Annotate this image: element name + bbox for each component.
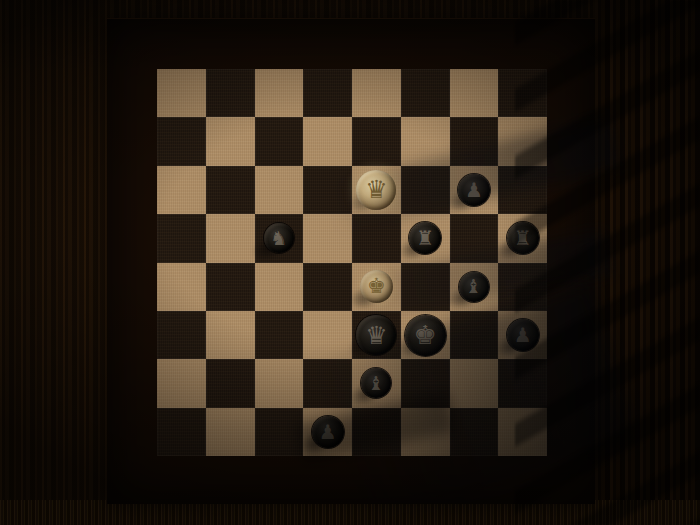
black-queen-glyph: ♛ bbox=[356, 315, 396, 355]
square-b7[interactable] bbox=[206, 117, 255, 165]
square-g1[interactable] bbox=[450, 408, 499, 456]
square-d7[interactable] bbox=[303, 117, 352, 165]
square-e4[interactable]: ♚ bbox=[352, 263, 401, 311]
square-a2[interactable] bbox=[157, 359, 206, 407]
black-bishop[interactable]: ♝ bbox=[450, 263, 499, 311]
square-e1[interactable] bbox=[352, 408, 401, 456]
square-d3[interactable] bbox=[303, 311, 352, 359]
square-a8[interactable] bbox=[157, 69, 206, 117]
square-c7[interactable] bbox=[255, 117, 304, 165]
square-h8[interactable] bbox=[498, 69, 547, 117]
square-e7[interactable] bbox=[352, 117, 401, 165]
square-d6[interactable] bbox=[303, 166, 352, 214]
black-pawn[interactable]: ♟ bbox=[450, 166, 499, 214]
square-c5[interactable]: ♞ bbox=[255, 214, 304, 262]
square-c8[interactable] bbox=[255, 69, 304, 117]
square-h1[interactable] bbox=[498, 408, 547, 456]
square-e6[interactable]: ♛ bbox=[352, 166, 401, 214]
black-rook[interactable]: ♜ bbox=[498, 214, 547, 262]
square-g2[interactable] bbox=[450, 359, 499, 407]
black-knight-glyph: ♞ bbox=[264, 223, 294, 253]
square-f6[interactable] bbox=[401, 166, 450, 214]
square-f4[interactable] bbox=[401, 263, 450, 311]
black-pawn-glyph: ♟ bbox=[458, 174, 490, 206]
square-g7[interactable] bbox=[450, 117, 499, 165]
square-d2[interactable] bbox=[303, 359, 352, 407]
square-c3[interactable] bbox=[255, 311, 304, 359]
square-g5[interactable] bbox=[450, 214, 499, 262]
black-king[interactable]: ♚ bbox=[401, 311, 450, 359]
square-h5[interactable]: ♜ bbox=[498, 214, 547, 262]
square-e5[interactable] bbox=[352, 214, 401, 262]
square-a3[interactable] bbox=[157, 311, 206, 359]
black-bishop-glyph: ♝ bbox=[459, 272, 489, 302]
square-e2[interactable]: ♝ bbox=[352, 359, 401, 407]
square-b6[interactable] bbox=[206, 166, 255, 214]
square-b2[interactable] bbox=[206, 359, 255, 407]
white-queen-glyph: ♛ bbox=[356, 170, 396, 210]
square-a6[interactable] bbox=[157, 166, 206, 214]
square-h3[interactable]: ♟ bbox=[498, 311, 547, 359]
square-f1[interactable] bbox=[401, 408, 450, 456]
black-rook[interactable]: ♜ bbox=[401, 214, 450, 262]
square-a5[interactable] bbox=[157, 214, 206, 262]
square-b1[interactable] bbox=[206, 408, 255, 456]
square-c1[interactable] bbox=[255, 408, 304, 456]
black-knight[interactable]: ♞ bbox=[255, 214, 304, 262]
square-f5[interactable]: ♜ bbox=[401, 214, 450, 262]
black-rook-glyph: ♜ bbox=[507, 222, 539, 254]
square-d4[interactable] bbox=[303, 263, 352, 311]
square-f7[interactable] bbox=[401, 117, 450, 165]
black-bishop-glyph: ♝ bbox=[361, 368, 391, 398]
square-h7[interactable] bbox=[498, 117, 547, 165]
square-h6[interactable] bbox=[498, 166, 547, 214]
black-pawn-glyph: ♟ bbox=[507, 319, 539, 351]
square-d8[interactable] bbox=[303, 69, 352, 117]
black-pawn[interactable]: ♟ bbox=[498, 311, 547, 359]
square-d5[interactable] bbox=[303, 214, 352, 262]
square-c4[interactable] bbox=[255, 263, 304, 311]
square-d1[interactable]: ♟ bbox=[303, 408, 352, 456]
square-b4[interactable] bbox=[206, 263, 255, 311]
square-g6[interactable]: ♟ bbox=[450, 166, 499, 214]
black-king-glyph: ♚ bbox=[405, 315, 446, 356]
square-f8[interactable] bbox=[401, 69, 450, 117]
square-b3[interactable] bbox=[206, 311, 255, 359]
square-f2[interactable] bbox=[401, 359, 450, 407]
square-h2[interactable] bbox=[498, 359, 547, 407]
black-pawn-glyph: ♟ bbox=[312, 416, 344, 448]
black-bishop[interactable]: ♝ bbox=[352, 359, 401, 407]
square-g4[interactable]: ♝ bbox=[450, 263, 499, 311]
square-c6[interactable] bbox=[255, 166, 304, 214]
table-wood-right bbox=[595, 0, 700, 525]
square-a1[interactable] bbox=[157, 408, 206, 456]
square-a7[interactable] bbox=[157, 117, 206, 165]
square-b8[interactable] bbox=[206, 69, 255, 117]
square-h4[interactable] bbox=[498, 263, 547, 311]
white-queen[interactable]: ♛ bbox=[352, 166, 401, 214]
square-c2[interactable] bbox=[255, 359, 304, 407]
square-b5[interactable] bbox=[206, 214, 255, 262]
square-a4[interactable] bbox=[157, 263, 206, 311]
square-g8[interactable] bbox=[450, 69, 499, 117]
black-rook-glyph: ♜ bbox=[409, 222, 441, 254]
chess-board: ♛♟♞♜♜♚♝♛♚♟♝♟ bbox=[157, 69, 547, 456]
square-f3[interactable]: ♚ bbox=[401, 311, 450, 359]
black-pawn[interactable]: ♟ bbox=[303, 408, 352, 456]
white-king[interactable]: ♚ bbox=[352, 263, 401, 311]
square-e3[interactable]: ♛ bbox=[352, 311, 401, 359]
white-king-glyph: ♚ bbox=[360, 270, 393, 303]
square-e8[interactable] bbox=[352, 69, 401, 117]
board-frame: ♛♟♞♜♜♚♝♛♚♟♝♟ bbox=[107, 18, 595, 504]
square-g3[interactable] bbox=[450, 311, 499, 359]
chess-scene: ♛♟♞♜♜♚♝♛♚♟♝♟ bbox=[0, 0, 700, 525]
black-queen[interactable]: ♛ bbox=[352, 311, 401, 359]
